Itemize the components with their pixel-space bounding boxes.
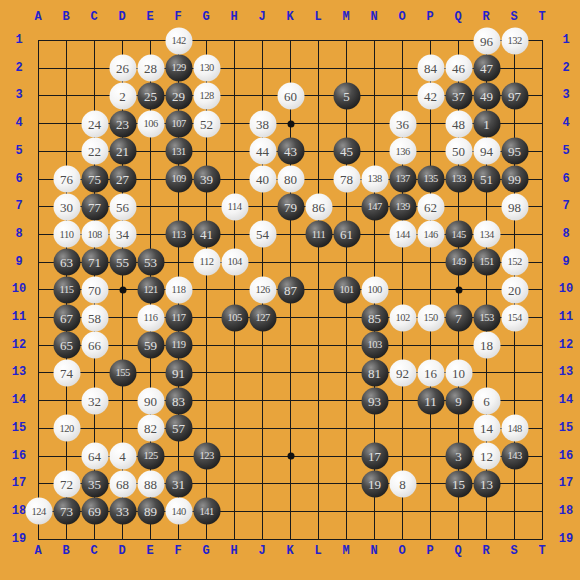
stone-N6: 138 xyxy=(361,166,388,193)
stone-F8: 113 xyxy=(165,221,192,248)
column-label-bottom: S xyxy=(510,544,517,558)
column-label-bottom: L xyxy=(314,544,321,558)
stone-S7: 98 xyxy=(501,193,528,220)
stone-E17: 88 xyxy=(137,470,164,497)
column-label-bottom: D xyxy=(118,544,125,558)
stone-R9: 151 xyxy=(473,249,500,276)
stone-Q16: 3 xyxy=(445,443,472,470)
stone-R6: 51 xyxy=(473,166,500,193)
row-label-left: 9 xyxy=(15,255,22,269)
column-label-top: A xyxy=(34,10,41,24)
stone-E12: 59 xyxy=(137,332,164,359)
column-label-bottom: H xyxy=(230,544,237,558)
row-label-left: 1 xyxy=(15,33,22,47)
stone-R11: 153 xyxy=(473,304,500,331)
stone-S10: 20 xyxy=(501,276,528,303)
stone-S6: 99 xyxy=(501,166,528,193)
stone-R12: 18 xyxy=(473,332,500,359)
stone-P8: 146 xyxy=(417,221,444,248)
stone-J4: 38 xyxy=(249,110,276,137)
column-label-top: F xyxy=(174,10,181,24)
stone-R1: 96 xyxy=(473,27,500,54)
stone-O8: 144 xyxy=(389,221,416,248)
stone-M10: 101 xyxy=(333,276,360,303)
stone-Q8: 145 xyxy=(445,221,472,248)
stone-O13: 92 xyxy=(389,359,416,386)
column-label-bottom: P xyxy=(426,544,433,558)
grid-line-horizontal xyxy=(38,428,543,429)
column-label-bottom: J xyxy=(258,544,265,558)
stone-K5: 43 xyxy=(277,138,304,165)
row-label-right: 2 xyxy=(562,61,569,75)
stone-Q11: 7 xyxy=(445,304,472,331)
stone-F11: 117 xyxy=(165,304,192,331)
stone-G4: 52 xyxy=(193,110,220,137)
stone-C14: 32 xyxy=(81,387,108,414)
stone-K7: 79 xyxy=(277,193,304,220)
stone-M8: 61 xyxy=(333,221,360,248)
stone-Q3: 37 xyxy=(445,82,472,109)
stone-F3: 29 xyxy=(165,82,192,109)
stone-S11: 154 xyxy=(501,304,528,331)
stone-H11: 105 xyxy=(221,304,248,331)
column-label-bottom: K xyxy=(286,544,293,558)
stone-O17: 8 xyxy=(389,470,416,497)
stone-K10: 87 xyxy=(277,276,304,303)
stone-R3: 49 xyxy=(473,82,500,109)
stone-Q17: 15 xyxy=(445,470,472,497)
column-label-top: K xyxy=(286,10,293,24)
row-label-right: 6 xyxy=(562,172,569,186)
stone-R4: 1 xyxy=(473,110,500,137)
row-label-right: 19 xyxy=(559,532,573,546)
column-label-bottom: T xyxy=(538,544,545,558)
stone-R2: 47 xyxy=(473,55,500,82)
stone-Q6: 133 xyxy=(445,166,472,193)
stone-N10: 100 xyxy=(361,276,388,303)
stone-G18: 141 xyxy=(193,498,220,525)
stone-P6: 135 xyxy=(417,166,444,193)
column-label-bottom: B xyxy=(62,544,69,558)
row-label-right: 7 xyxy=(562,199,569,213)
stone-E9: 53 xyxy=(137,249,164,276)
stone-N12: 103 xyxy=(361,332,388,359)
stone-F15: 57 xyxy=(165,415,192,442)
stone-C11: 58 xyxy=(81,304,108,331)
stone-D2: 26 xyxy=(109,55,136,82)
stone-J6: 40 xyxy=(249,166,276,193)
stone-S3: 97 xyxy=(501,82,528,109)
row-label-right: 14 xyxy=(559,393,573,407)
stone-D8: 34 xyxy=(109,221,136,248)
grid-line-horizontal xyxy=(38,539,543,540)
row-label-left: 2 xyxy=(15,61,22,75)
stone-E4: 106 xyxy=(137,110,164,137)
stone-Q13: 10 xyxy=(445,359,472,386)
stone-F2: 129 xyxy=(165,55,192,82)
stone-L7: 86 xyxy=(305,193,332,220)
stone-E10: 121 xyxy=(137,276,164,303)
column-label-bottom: R xyxy=(482,544,489,558)
stone-D17: 68 xyxy=(109,470,136,497)
column-label-bottom: O xyxy=(398,544,405,558)
stone-S9: 152 xyxy=(501,249,528,276)
stone-E18: 89 xyxy=(137,498,164,525)
stone-B10: 115 xyxy=(53,276,80,303)
row-label-left: 4 xyxy=(15,116,22,130)
column-label-top: M xyxy=(342,10,349,24)
row-label-left: 14 xyxy=(12,393,26,407)
row-label-left: 13 xyxy=(12,365,26,379)
stone-O5: 136 xyxy=(389,138,416,165)
stone-B15: 120 xyxy=(53,415,80,442)
stone-G16: 123 xyxy=(193,443,220,470)
column-label-top: J xyxy=(258,10,265,24)
stone-O6: 137 xyxy=(389,166,416,193)
stone-N11: 85 xyxy=(361,304,388,331)
stone-R16: 12 xyxy=(473,443,500,470)
row-label-left: 11 xyxy=(12,310,26,324)
stone-G2: 130 xyxy=(193,55,220,82)
stone-L8: 111 xyxy=(305,221,332,248)
column-label-top: R xyxy=(482,10,489,24)
row-label-right: 15 xyxy=(559,421,573,435)
stone-F17: 31 xyxy=(165,470,192,497)
stone-D5: 21 xyxy=(109,138,136,165)
stone-C7: 77 xyxy=(81,193,108,220)
stone-G6: 39 xyxy=(193,166,220,193)
stone-K3: 60 xyxy=(277,82,304,109)
stone-N7: 147 xyxy=(361,193,388,220)
stone-R8: 134 xyxy=(473,221,500,248)
row-label-left: 12 xyxy=(12,338,26,352)
stone-A18: 124 xyxy=(25,498,52,525)
column-label-bottom: Q xyxy=(454,544,461,558)
star-point xyxy=(119,286,126,293)
stone-Q9: 149 xyxy=(445,249,472,276)
stone-H7: 114 xyxy=(221,193,248,220)
stone-R14: 6 xyxy=(473,387,500,414)
row-label-left: 5 xyxy=(15,144,22,158)
row-label-left: 19 xyxy=(12,532,26,546)
column-label-bottom: F xyxy=(174,544,181,558)
stone-B17: 72 xyxy=(53,470,80,497)
stone-M5: 45 xyxy=(333,138,360,165)
stone-D6: 27 xyxy=(109,166,136,193)
stone-C17: 35 xyxy=(81,470,108,497)
stone-F13: 91 xyxy=(165,359,192,386)
row-label-right: 10 xyxy=(559,282,573,296)
stone-B8: 110 xyxy=(53,221,80,248)
stone-O4: 36 xyxy=(389,110,416,137)
stone-D16: 4 xyxy=(109,443,136,470)
column-label-top: N xyxy=(370,10,377,24)
row-label-right: 3 xyxy=(562,88,569,102)
stone-E15: 82 xyxy=(137,415,164,442)
stone-C5: 22 xyxy=(81,138,108,165)
stone-F4: 107 xyxy=(165,110,192,137)
stone-B12: 65 xyxy=(53,332,80,359)
stone-S5: 95 xyxy=(501,138,528,165)
stone-F12: 119 xyxy=(165,332,192,359)
row-label-left: 8 xyxy=(15,227,22,241)
column-label-top: C xyxy=(90,10,97,24)
stone-F10: 118 xyxy=(165,276,192,303)
stone-B7: 30 xyxy=(53,193,80,220)
stone-E3: 25 xyxy=(137,82,164,109)
stone-Q4: 48 xyxy=(445,110,472,137)
stone-S15: 148 xyxy=(501,415,528,442)
star-point xyxy=(455,286,462,293)
stone-D9: 55 xyxy=(109,249,136,276)
stone-F6: 109 xyxy=(165,166,192,193)
stone-D3: 2 xyxy=(109,82,136,109)
column-label-bottom: C xyxy=(90,544,97,558)
stone-B11: 67 xyxy=(53,304,80,331)
stone-N17: 19 xyxy=(361,470,388,497)
stone-B9: 63 xyxy=(53,249,80,276)
stone-J10: 126 xyxy=(249,276,276,303)
stone-B13: 74 xyxy=(53,359,80,386)
row-label-right: 8 xyxy=(562,227,569,241)
stone-C4: 24 xyxy=(81,110,108,137)
row-label-left: 10 xyxy=(12,282,26,296)
stone-B6: 76 xyxy=(53,166,80,193)
column-label-top: P xyxy=(426,10,433,24)
row-label-right: 18 xyxy=(559,504,573,518)
stone-D13: 155 xyxy=(109,359,136,386)
stone-D4: 23 xyxy=(109,110,136,137)
stone-F5: 131 xyxy=(165,138,192,165)
star-point xyxy=(287,453,294,460)
stone-R17: 13 xyxy=(473,470,500,497)
column-label-top: G xyxy=(202,10,209,24)
row-label-left: 6 xyxy=(15,172,22,186)
stone-F18: 140 xyxy=(165,498,192,525)
stone-M3: 5 xyxy=(333,82,360,109)
grid-line-vertical xyxy=(318,40,319,540)
stone-E14: 90 xyxy=(137,387,164,414)
stone-S16: 143 xyxy=(501,443,528,470)
grid-line-horizontal xyxy=(38,345,543,346)
row-label-right: 4 xyxy=(562,116,569,130)
row-label-right: 17 xyxy=(559,476,573,490)
row-label-right: 11 xyxy=(559,310,573,324)
row-label-left: 17 xyxy=(12,476,26,490)
stone-J8: 54 xyxy=(249,221,276,248)
grid-line-vertical xyxy=(542,40,543,540)
column-label-top: D xyxy=(118,10,125,24)
stone-S1: 132 xyxy=(501,27,528,54)
stone-R15: 14 xyxy=(473,415,500,442)
row-label-left: 16 xyxy=(12,449,26,463)
stone-P3: 42 xyxy=(417,82,444,109)
row-label-left: 3 xyxy=(15,88,22,102)
row-label-right: 16 xyxy=(559,449,573,463)
stone-H9: 104 xyxy=(221,249,248,276)
stone-P13: 16 xyxy=(417,359,444,386)
stone-G3: 128 xyxy=(193,82,220,109)
stone-C10: 70 xyxy=(81,276,108,303)
column-label-top: O xyxy=(398,10,405,24)
column-label-bottom: A xyxy=(34,544,41,558)
row-label-right: 12 xyxy=(559,338,573,352)
column-label-top: E xyxy=(146,10,153,24)
stone-D7: 56 xyxy=(109,193,136,220)
stone-C16: 64 xyxy=(81,443,108,470)
column-label-top: B xyxy=(62,10,69,24)
stone-Q5: 50 xyxy=(445,138,472,165)
stone-N14: 93 xyxy=(361,387,388,414)
column-label-top: L xyxy=(314,10,321,24)
grid-line-vertical xyxy=(430,40,431,540)
stone-J5: 44 xyxy=(249,138,276,165)
column-label-bottom: N xyxy=(370,544,377,558)
stone-R5: 94 xyxy=(473,138,500,165)
stone-D18: 33 xyxy=(109,498,136,525)
stone-Q14: 9 xyxy=(445,387,472,414)
stone-C8: 108 xyxy=(81,221,108,248)
stone-G8: 41 xyxy=(193,221,220,248)
stone-E2: 28 xyxy=(137,55,164,82)
column-label-top: T xyxy=(538,10,545,24)
stone-E11: 116 xyxy=(137,304,164,331)
row-label-right: 5 xyxy=(562,144,569,158)
column-label-bottom: M xyxy=(342,544,349,558)
row-label-left: 15 xyxy=(12,421,26,435)
stone-N16: 17 xyxy=(361,443,388,470)
stone-F1: 142 xyxy=(165,27,192,54)
column-label-top: S xyxy=(510,10,517,24)
row-label-left: 7 xyxy=(15,199,22,213)
stone-Q2: 46 xyxy=(445,55,472,82)
stone-O7: 139 xyxy=(389,193,416,220)
row-label-right: 13 xyxy=(559,365,573,379)
row-label-right: 9 xyxy=(562,255,569,269)
stone-C6: 75 xyxy=(81,166,108,193)
stone-F14: 83 xyxy=(165,387,192,414)
stone-J11: 127 xyxy=(249,304,276,331)
stone-O11: 102 xyxy=(389,304,416,331)
stone-P7: 62 xyxy=(417,193,444,220)
stone-P11: 150 xyxy=(417,304,444,331)
stone-C12: 66 xyxy=(81,332,108,359)
go-kifu-diagram: AABBCCDDEEFFGGHHJJKKLLMMNNOOPPQQRRSSTT11… xyxy=(0,0,580,580)
stone-B18: 73 xyxy=(53,498,80,525)
stone-E16: 125 xyxy=(137,443,164,470)
column-label-bottom: E xyxy=(146,544,153,558)
column-label-bottom: G xyxy=(202,544,209,558)
stone-K6: 80 xyxy=(277,166,304,193)
column-label-top: Q xyxy=(454,10,461,24)
stone-P14: 11 xyxy=(417,387,444,414)
column-label-top: H xyxy=(230,10,237,24)
star-point xyxy=(287,120,294,127)
stone-N13: 81 xyxy=(361,359,388,386)
stone-C18: 69 xyxy=(81,498,108,525)
stone-P2: 84 xyxy=(417,55,444,82)
row-label-right: 1 xyxy=(562,33,569,47)
stone-C9: 71 xyxy=(81,249,108,276)
stone-G9: 112 xyxy=(193,249,220,276)
stone-M6: 78 xyxy=(333,166,360,193)
